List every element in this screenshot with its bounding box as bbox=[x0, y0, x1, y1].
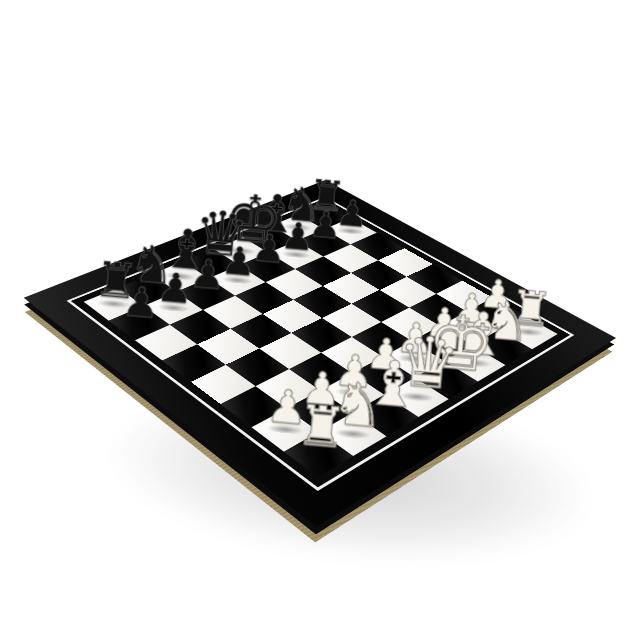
square-e5 bbox=[293, 286, 351, 318]
square-f6 bbox=[295, 257, 351, 287]
square-h7: ♟ bbox=[324, 218, 377, 244]
piece-black-pawn: ♟ bbox=[118, 280, 164, 325]
piece-black-pawn: ♟ bbox=[217, 240, 261, 282]
square-g8: ♞ bbox=[271, 214, 324, 240]
board-grid: ♜♞♝♛♚♝♞♜♟♟♟♟♟♟♟♟♟♟♟♟♟♟♟♟♜♞♝♛♚♝♞♜ bbox=[84, 204, 558, 477]
square-h5 bbox=[378, 248, 433, 277]
piece-black-pawn: ♟ bbox=[305, 205, 346, 244]
square-h6 bbox=[351, 233, 405, 260]
chess-board: ♜♞♝♛♚♝♞♜♟♟♟♟♟♟♟♟♟♟♟♟♟♟♟♟♜♞♝♛♚♝♞♜ bbox=[24, 180, 616, 527]
piece-black-rook: ♜ bbox=[306, 173, 346, 218]
square-d6 bbox=[235, 282, 293, 314]
piece-black-pawn: ♟ bbox=[332, 194, 372, 233]
square-e6 bbox=[266, 269, 323, 300]
board-scene: ♜♞♝♛♚♝♞♜♟♟♟♟♟♟♟♟♟♟♟♟♟♟♟♟♜♞♝♛♚♝♞♜ bbox=[112, 108, 532, 528]
piece-black-knight: ♞ bbox=[279, 180, 320, 229]
product-photo: ♜♞♝♛♚♝♞♜♟♟♟♟♟♟♟♟♟♟♟♟♟♟♟♟♜♞♝♛♚♝♞♜ bbox=[0, 0, 640, 640]
piece-white-rook: ♜ bbox=[294, 396, 348, 456]
square-f8: ♝ bbox=[243, 225, 297, 252]
piece-black-queen: ♛ bbox=[192, 201, 237, 265]
square-e7: ♟ bbox=[239, 253, 295, 282]
square-h4 bbox=[407, 264, 463, 294]
square-f5 bbox=[323, 273, 380, 304]
piece-black-bishop: ♝ bbox=[251, 187, 293, 241]
square-f7: ♟ bbox=[269, 241, 324, 269]
piece-black-pawn: ♟ bbox=[248, 228, 291, 269]
square-d7: ♟ bbox=[209, 265, 266, 296]
square-e8: ♚ bbox=[214, 237, 269, 265]
board-frame: ♜♞♝♛♚♝♞♜♟♟♟♟♟♟♟♟♟♟♟♟♟♟♟♟♜♞♝♛♚♝♞♜ bbox=[24, 180, 616, 527]
square-g7: ♟ bbox=[297, 229, 351, 256]
square-g5 bbox=[351, 260, 407, 290]
piece-black-king: ♚ bbox=[222, 185, 266, 253]
piece-black-pawn: ♟ bbox=[277, 216, 319, 256]
frame-line: ♜♞♝♛♚♝♞♜♟♟♟♟♟♟♟♟♟♟♟♟♟♟♟♟♜♞♝♛♚♝♞♜ bbox=[67, 197, 575, 491]
square-g6 bbox=[324, 244, 379, 272]
square-h8: ♜ bbox=[299, 204, 351, 229]
square-a1: ♜ bbox=[284, 432, 353, 477]
